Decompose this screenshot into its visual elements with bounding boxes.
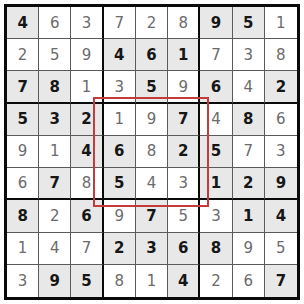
cell-r7c9[interactable]: 4: [265, 200, 297, 232]
cell-r3c8[interactable]: 4: [233, 71, 265, 103]
cell-r9c2[interactable]: 9: [39, 265, 71, 297]
cell-r4c8[interactable]: 8: [233, 104, 265, 136]
cell-r1c6[interactable]: 8: [168, 7, 200, 39]
cell-r1c5[interactable]: 2: [136, 7, 168, 39]
cell-r9c7[interactable]: 2: [200, 265, 232, 297]
cell-r7c8[interactable]: 1: [233, 200, 265, 232]
cell-r7c4[interactable]: 9: [104, 200, 136, 232]
cell-r8c6[interactable]: 6: [168, 233, 200, 265]
cell-r5c6[interactable]: 2: [168, 136, 200, 168]
cell-r6c7[interactable]: 1: [200, 168, 232, 200]
cell-r6c1[interactable]: 6: [7, 168, 39, 200]
cell-r5c3[interactable]: 4: [71, 136, 103, 168]
cell-r8c2[interactable]: 4: [39, 233, 71, 265]
cell-r8c1[interactable]: 1: [7, 233, 39, 265]
cell-r5c7[interactable]: 5: [200, 136, 232, 168]
cell-r8c7[interactable]: 8: [200, 233, 232, 265]
cell-r6c8[interactable]: 2: [233, 168, 265, 200]
cell-r2c6[interactable]: 1: [168, 39, 200, 71]
cell-r7c7[interactable]: 3: [200, 200, 232, 232]
cell-r1c2[interactable]: 6: [39, 7, 71, 39]
cell-r4c7[interactable]: 4: [200, 104, 232, 136]
cell-r6c2[interactable]: 7: [39, 168, 71, 200]
cell-r6c5[interactable]: 4: [136, 168, 168, 200]
cell-r8c8[interactable]: 9: [233, 233, 265, 265]
cell-r9c8[interactable]: 6: [233, 265, 265, 297]
cell-r1c1[interactable]: 4: [7, 7, 39, 39]
cell-r9c6[interactable]: 4: [168, 265, 200, 297]
cell-r2c1[interactable]: 2: [7, 39, 39, 71]
cell-r3c4[interactable]: 3: [104, 71, 136, 103]
cell-r3c5[interactable]: 5: [136, 71, 168, 103]
cell-r9c9[interactable]: 7: [265, 265, 297, 297]
cell-r3c2[interactable]: 8: [39, 71, 71, 103]
cell-r3c6[interactable]: 9: [168, 71, 200, 103]
cell-r7c2[interactable]: 2: [39, 200, 71, 232]
cell-r1c3[interactable]: 3: [71, 7, 103, 39]
cell-r7c1[interactable]: 8: [7, 200, 39, 232]
cell-r4c3[interactable]: 2: [71, 104, 103, 136]
cell-r2c7[interactable]: 7: [200, 39, 232, 71]
cell-r4c2[interactable]: 3: [39, 104, 71, 136]
cell-r5c4[interactable]: 6: [104, 136, 136, 168]
cell-r1c4[interactable]: 7: [104, 7, 136, 39]
cell-r4c1[interactable]: 5: [7, 104, 39, 136]
cell-r9c1[interactable]: 3: [7, 265, 39, 297]
cell-r6c6[interactable]: 3: [168, 168, 200, 200]
cell-r2c5[interactable]: 6: [136, 39, 168, 71]
cell-r8c4[interactable]: 2: [104, 233, 136, 265]
cell-r1c9[interactable]: 1: [265, 7, 297, 39]
cell-r9c3[interactable]: 5: [71, 265, 103, 297]
cell-r1c7[interactable]: 9: [200, 7, 232, 39]
cell-r7c3[interactable]: 6: [71, 200, 103, 232]
cell-r3c9[interactable]: 2: [265, 71, 297, 103]
cell-r2c2[interactable]: 5: [39, 39, 71, 71]
cell-r8c5[interactable]: 3: [136, 233, 168, 265]
cell-r5c9[interactable]: 3: [265, 136, 297, 168]
cell-r8c9[interactable]: 5: [265, 233, 297, 265]
sudoku-board: 4637289512594617387813596425321974869146…: [4, 4, 300, 300]
cell-r6c3[interactable]: 8: [71, 168, 103, 200]
cell-r4c6[interactable]: 7: [168, 104, 200, 136]
cell-r7c6[interactable]: 5: [168, 200, 200, 232]
cell-r5c8[interactable]: 7: [233, 136, 265, 168]
cell-r8c3[interactable]: 7: [71, 233, 103, 265]
cell-r2c3[interactable]: 9: [71, 39, 103, 71]
cell-r4c5[interactable]: 9: [136, 104, 168, 136]
cell-r7c5[interactable]: 7: [136, 200, 168, 232]
cell-r3c3[interactable]: 1: [71, 71, 103, 103]
sudoku-page: 4637289512594617387813596425321974869146…: [0, 0, 304, 304]
cell-r5c5[interactable]: 8: [136, 136, 168, 168]
cell-r1c8[interactable]: 5: [233, 7, 265, 39]
cell-r6c4[interactable]: 5: [104, 168, 136, 200]
cell-r3c7[interactable]: 6: [200, 71, 232, 103]
cell-r6c9[interactable]: 9: [265, 168, 297, 200]
cell-r4c4[interactable]: 1: [104, 104, 136, 136]
cell-r3c1[interactable]: 7: [7, 71, 39, 103]
cell-r2c8[interactable]: 3: [233, 39, 265, 71]
cell-r2c4[interactable]: 4: [104, 39, 136, 71]
cell-r4c9[interactable]: 6: [265, 104, 297, 136]
cell-r9c4[interactable]: 8: [104, 265, 136, 297]
cell-r9c5[interactable]: 1: [136, 265, 168, 297]
cell-r2c9[interactable]: 8: [265, 39, 297, 71]
cell-r5c2[interactable]: 1: [39, 136, 71, 168]
cell-r5c1[interactable]: 9: [7, 136, 39, 168]
